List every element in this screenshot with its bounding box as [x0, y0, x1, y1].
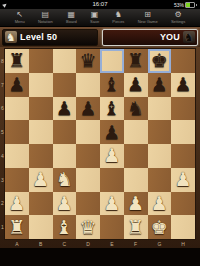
board-grid: ♜♛♜♚♟♝♟♟♟♟♟♝♞♟♟♟♞♟♟♟♟♟♟♜♝♛♜♚	[5, 49, 195, 239]
black-bishop: ♝	[103, 99, 120, 118]
square-d1[interactable]: ♛	[76, 215, 100, 239]
white-queen: ♛	[80, 218, 97, 237]
square-c2[interactable]: ♟	[53, 192, 77, 216]
save-icon: ▣	[91, 11, 99, 19]
square-g4[interactable]	[148, 144, 172, 168]
square-f8[interactable]: ♜	[124, 49, 148, 73]
square-h4[interactable]	[171, 144, 195, 168]
square-d4[interactable]	[76, 144, 100, 168]
black-king: ♚	[151, 51, 168, 70]
board-icon: ▦	[68, 11, 76, 19]
square-c3[interactable]: ♞	[53, 168, 77, 192]
white-pawn: ♟	[103, 194, 120, 213]
square-f7[interactable]: ♟	[124, 73, 148, 97]
square-e2[interactable]: ♟	[100, 192, 124, 216]
white-rook: ♜	[8, 218, 25, 237]
square-h5[interactable]	[171, 120, 195, 144]
square-a5[interactable]	[5, 120, 29, 144]
toolbar-item-menu[interactable]: ↖Menu	[15, 11, 25, 24]
square-h3[interactable]: ♟	[171, 168, 195, 192]
white-rook: ♜	[127, 218, 144, 237]
square-b1[interactable]	[29, 215, 53, 239]
opponent-name: Level 50	[20, 32, 57, 42]
square-g2[interactable]: ♟	[148, 192, 172, 216]
square-e4[interactable]: ♟	[100, 144, 124, 168]
square-b7[interactable]	[29, 73, 53, 97]
square-a4[interactable]	[5, 144, 29, 168]
square-d7[interactable]	[76, 73, 100, 97]
square-g7[interactable]: ♟	[148, 73, 172, 97]
square-a2[interactable]: ♟	[5, 192, 29, 216]
file-label-b: B	[29, 239, 53, 248]
black-pawn: ♟	[8, 75, 25, 94]
square-c5[interactable]	[53, 120, 77, 144]
square-d2[interactable]	[76, 192, 100, 216]
square-d8[interactable]: ♛	[76, 49, 100, 73]
battery-percent: 53%	[174, 2, 184, 8]
square-c8[interactable]	[53, 49, 77, 73]
white-bishop: ♝	[56, 218, 73, 237]
black-pawn: ♟	[103, 123, 120, 142]
black-pawn: ♟	[56, 99, 73, 118]
square-b5[interactable]	[29, 120, 53, 144]
pieces-icon: ♞	[115, 11, 122, 19]
square-e1[interactable]	[100, 215, 124, 239]
square-h7[interactable]: ♟	[171, 73, 195, 97]
status-time: 16:07	[0, 0, 200, 9]
toolbar-item-board[interactable]: ▦Board	[66, 11, 77, 24]
you-name: YOU	[160, 32, 180, 42]
toolbar-item-settings[interactable]: ⚙Settings	[171, 11, 185, 24]
toolbar-item-notation[interactable]: ▤Notation	[38, 11, 53, 24]
square-b8[interactable]	[29, 49, 53, 73]
player-bar: ♞ Level 50 YOU ♞	[0, 27, 200, 47]
black-pawn: ♟	[175, 75, 192, 94]
toolbar-item-new-game[interactable]: ⊞New Game	[138, 11, 158, 24]
square-e5[interactable]: ♟	[100, 120, 124, 144]
square-g1[interactable]: ♚	[148, 215, 172, 239]
settings-icon: ⚙	[175, 11, 182, 19]
black-pawn: ♟	[127, 75, 144, 94]
file-label-d: D	[76, 239, 100, 248]
white-pawn: ♟	[32, 170, 49, 189]
square-g8[interactable]: ♚	[148, 49, 172, 73]
square-a7[interactable]: ♟	[5, 73, 29, 97]
toolbar-item-label: Board	[66, 20, 77, 24]
square-h6[interactable]	[171, 97, 195, 121]
file-label-e: E	[100, 239, 124, 248]
square-a6[interactable]	[5, 97, 29, 121]
square-c1[interactable]: ♝	[53, 215, 77, 239]
battery-icon	[185, 2, 195, 8]
file-labels: ABCDEFGH	[5, 239, 195, 248]
chess-board: 87654321 ♜♛♜♚♟♝♟♟♟♟♟♝♞♟♟♟♞♟♟♟♟♟♟♜♝♛♜♚ AB…	[0, 47, 200, 248]
file-label-g: G	[148, 239, 172, 248]
square-a8[interactable]: ♜	[5, 49, 29, 73]
square-c7[interactable]	[53, 73, 77, 97]
square-f4[interactable]	[124, 144, 148, 168]
opponent-player-box[interactable]: ♞ Level 50	[2, 29, 98, 46]
black-queen: ♛	[80, 51, 97, 70]
black-bishop: ♝	[103, 75, 120, 94]
white-pawn: ♟	[127, 194, 144, 213]
notation-icon: ▤	[42, 11, 50, 19]
white-knight-icon: ♞	[5, 31, 17, 43]
status-bar: 16:07 53%	[0, 0, 200, 9]
square-e3[interactable]	[100, 168, 124, 192]
square-c6[interactable]: ♟	[53, 97, 77, 121]
square-h8[interactable]	[171, 49, 195, 73]
menu-icon: ↖	[16, 11, 23, 19]
square-f5[interactable]	[124, 120, 148, 144]
square-d5[interactable]	[76, 120, 100, 144]
square-b6[interactable]	[29, 97, 53, 121]
white-pawn: ♟	[103, 146, 120, 165]
file-label-c: C	[53, 239, 77, 248]
file-label-f: F	[124, 239, 148, 248]
square-a3[interactable]	[5, 168, 29, 192]
toolbar-item-label: Pieces	[112, 20, 124, 24]
square-g5[interactable]	[148, 120, 172, 144]
toolbar: ↖Menu▤Notation▦Board▣Save♞Pieces⊞New Gam…	[0, 9, 200, 27]
file-label-a: A	[5, 239, 29, 248]
square-f1[interactable]: ♜	[124, 215, 148, 239]
square-b3[interactable]: ♟	[29, 168, 53, 192]
black-knight: ♞	[127, 99, 144, 118]
square-a1[interactable]: ♜	[5, 215, 29, 239]
black-pawn: ♟	[80, 99, 97, 118]
white-pawn: ♟	[56, 194, 73, 213]
new-game-icon: ⊞	[144, 11, 151, 19]
toolbar-item-pieces[interactable]: ♞Pieces	[112, 11, 124, 24]
black-knight-icon: ♞	[183, 31, 195, 43]
black-rook: ♜	[127, 51, 144, 70]
white-king: ♚	[151, 218, 168, 237]
toolbar-item-label: Menu	[15, 20, 25, 24]
white-pawn: ♟	[175, 170, 192, 189]
square-f3[interactable]	[124, 168, 148, 192]
square-g6[interactable]	[148, 97, 172, 121]
toolbar-item-label: New Game	[138, 20, 158, 24]
white-knight: ♞	[56, 170, 73, 189]
square-c4[interactable]	[53, 144, 77, 168]
square-g3[interactable]	[148, 168, 172, 192]
square-b2[interactable]	[29, 192, 53, 216]
bottom-strip	[0, 248, 200, 266]
square-e7[interactable]: ♝	[100, 73, 124, 97]
toolbar-item-save[interactable]: ▣Save	[90, 11, 99, 24]
square-f2[interactable]: ♟	[124, 192, 148, 216]
toolbar-item-label: Save	[90, 20, 99, 24]
square-e8[interactable]	[100, 49, 124, 73]
square-d6[interactable]: ♟	[76, 97, 100, 121]
square-e6[interactable]: ♝	[100, 97, 124, 121]
white-pawn: ♟	[8, 194, 25, 213]
square-d3[interactable]	[76, 168, 100, 192]
square-f6[interactable]: ♞	[124, 97, 148, 121]
you-player-box[interactable]: YOU ♞	[102, 29, 198, 46]
square-h2[interactable]	[171, 192, 195, 216]
white-pawn: ♟	[151, 194, 168, 213]
battery-indicator: 53%	[174, 2, 197, 8]
square-h1[interactable]	[171, 215, 195, 239]
toolbar-item-label: Settings	[171, 20, 185, 24]
toolbar-item-label: Notation	[38, 20, 53, 24]
square-b4[interactable]	[29, 144, 53, 168]
file-label-h: H	[171, 239, 195, 248]
black-pawn: ♟	[151, 75, 168, 94]
black-rook: ♜	[8, 51, 25, 70]
